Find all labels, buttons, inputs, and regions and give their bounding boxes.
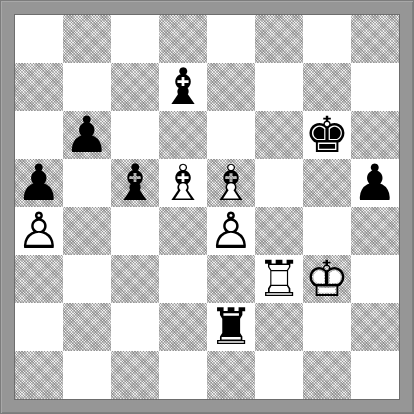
square-a1[interactable] (15, 351, 63, 399)
square-e6[interactable] (207, 111, 255, 159)
square-a7[interactable] (15, 63, 63, 111)
piece-white-king[interactable]: ♔ (303, 255, 351, 303)
square-b4[interactable] (63, 207, 111, 255)
square-e8[interactable] (207, 15, 255, 63)
piece-white-bishop[interactable]: ♗ (159, 159, 207, 207)
square-a6[interactable] (15, 111, 63, 159)
square-g6[interactable]: ♚ (303, 111, 351, 159)
square-h2[interactable] (351, 303, 399, 351)
square-g4[interactable] (303, 207, 351, 255)
square-e3[interactable] (207, 255, 255, 303)
square-b8[interactable] (63, 15, 111, 63)
square-d3[interactable] (159, 255, 207, 303)
square-b7[interactable] (63, 63, 111, 111)
square-f5[interactable] (255, 159, 303, 207)
square-d8[interactable] (159, 15, 207, 63)
square-f4[interactable] (255, 207, 303, 255)
square-c2[interactable] (111, 303, 159, 351)
square-e7[interactable] (207, 63, 255, 111)
board-frame: ♝♟♚♟♝♝♗♝♗♟♟♙♟♙♜♖♚♔♜ (0, 0, 414, 414)
square-h4[interactable] (351, 207, 399, 255)
square-c3[interactable] (111, 255, 159, 303)
piece-white-pawn[interactable]: ♙ (207, 207, 255, 255)
square-d4[interactable] (159, 207, 207, 255)
piece-black-pawn[interactable]: ♟ (63, 111, 111, 159)
square-e5[interactable]: ♝♗ (207, 159, 255, 207)
square-h8[interactable] (351, 15, 399, 63)
square-e1[interactable] (207, 351, 255, 399)
square-g3[interactable]: ♚♔ (303, 255, 351, 303)
piece-black-rook[interactable]: ♜ (207, 303, 255, 351)
square-c5[interactable]: ♝ (111, 159, 159, 207)
square-c8[interactable] (111, 15, 159, 63)
square-a4[interactable]: ♟♙ (15, 207, 63, 255)
square-f8[interactable] (255, 15, 303, 63)
piece-black-pawn[interactable]: ♟ (351, 159, 399, 207)
square-c7[interactable] (111, 63, 159, 111)
square-f6[interactable] (255, 111, 303, 159)
piece-black-king[interactable]: ♚ (303, 111, 351, 159)
square-b3[interactable] (63, 255, 111, 303)
square-d1[interactable] (159, 351, 207, 399)
square-e4[interactable]: ♟♙ (207, 207, 255, 255)
square-d5[interactable]: ♝♗ (159, 159, 207, 207)
chess-board: ♝♟♚♟♝♝♗♝♗♟♟♙♟♙♜♖♚♔♜ (14, 14, 400, 400)
piece-black-bishop[interactable]: ♝ (111, 159, 159, 207)
square-h1[interactable] (351, 351, 399, 399)
piece-black-bishop[interactable]: ♝ (159, 63, 207, 111)
square-d7[interactable]: ♝ (159, 63, 207, 111)
square-c6[interactable] (111, 111, 159, 159)
square-b1[interactable] (63, 351, 111, 399)
square-g1[interactable] (303, 351, 351, 399)
square-a8[interactable] (15, 15, 63, 63)
square-c4[interactable] (111, 207, 159, 255)
square-a5[interactable]: ♟ (15, 159, 63, 207)
square-b5[interactable] (63, 159, 111, 207)
square-f3[interactable]: ♜♖ (255, 255, 303, 303)
square-h6[interactable] (351, 111, 399, 159)
square-g2[interactable] (303, 303, 351, 351)
square-a3[interactable] (15, 255, 63, 303)
square-h7[interactable] (351, 63, 399, 111)
square-h5[interactable]: ♟ (351, 159, 399, 207)
square-f1[interactable] (255, 351, 303, 399)
square-b6[interactable]: ♟ (63, 111, 111, 159)
square-f7[interactable] (255, 63, 303, 111)
piece-white-rook[interactable]: ♖ (255, 255, 303, 303)
square-a2[interactable] (15, 303, 63, 351)
square-e2[interactable]: ♜ (207, 303, 255, 351)
square-h3[interactable] (351, 255, 399, 303)
square-g8[interactable] (303, 15, 351, 63)
square-g5[interactable] (303, 159, 351, 207)
square-f2[interactable] (255, 303, 303, 351)
square-c1[interactable] (111, 351, 159, 399)
square-d6[interactable] (159, 111, 207, 159)
square-g7[interactable] (303, 63, 351, 111)
piece-white-pawn[interactable]: ♙ (15, 207, 63, 255)
piece-white-bishop[interactable]: ♗ (207, 159, 255, 207)
piece-black-pawn[interactable]: ♟ (15, 159, 63, 207)
square-b2[interactable] (63, 303, 111, 351)
square-d2[interactable] (159, 303, 207, 351)
